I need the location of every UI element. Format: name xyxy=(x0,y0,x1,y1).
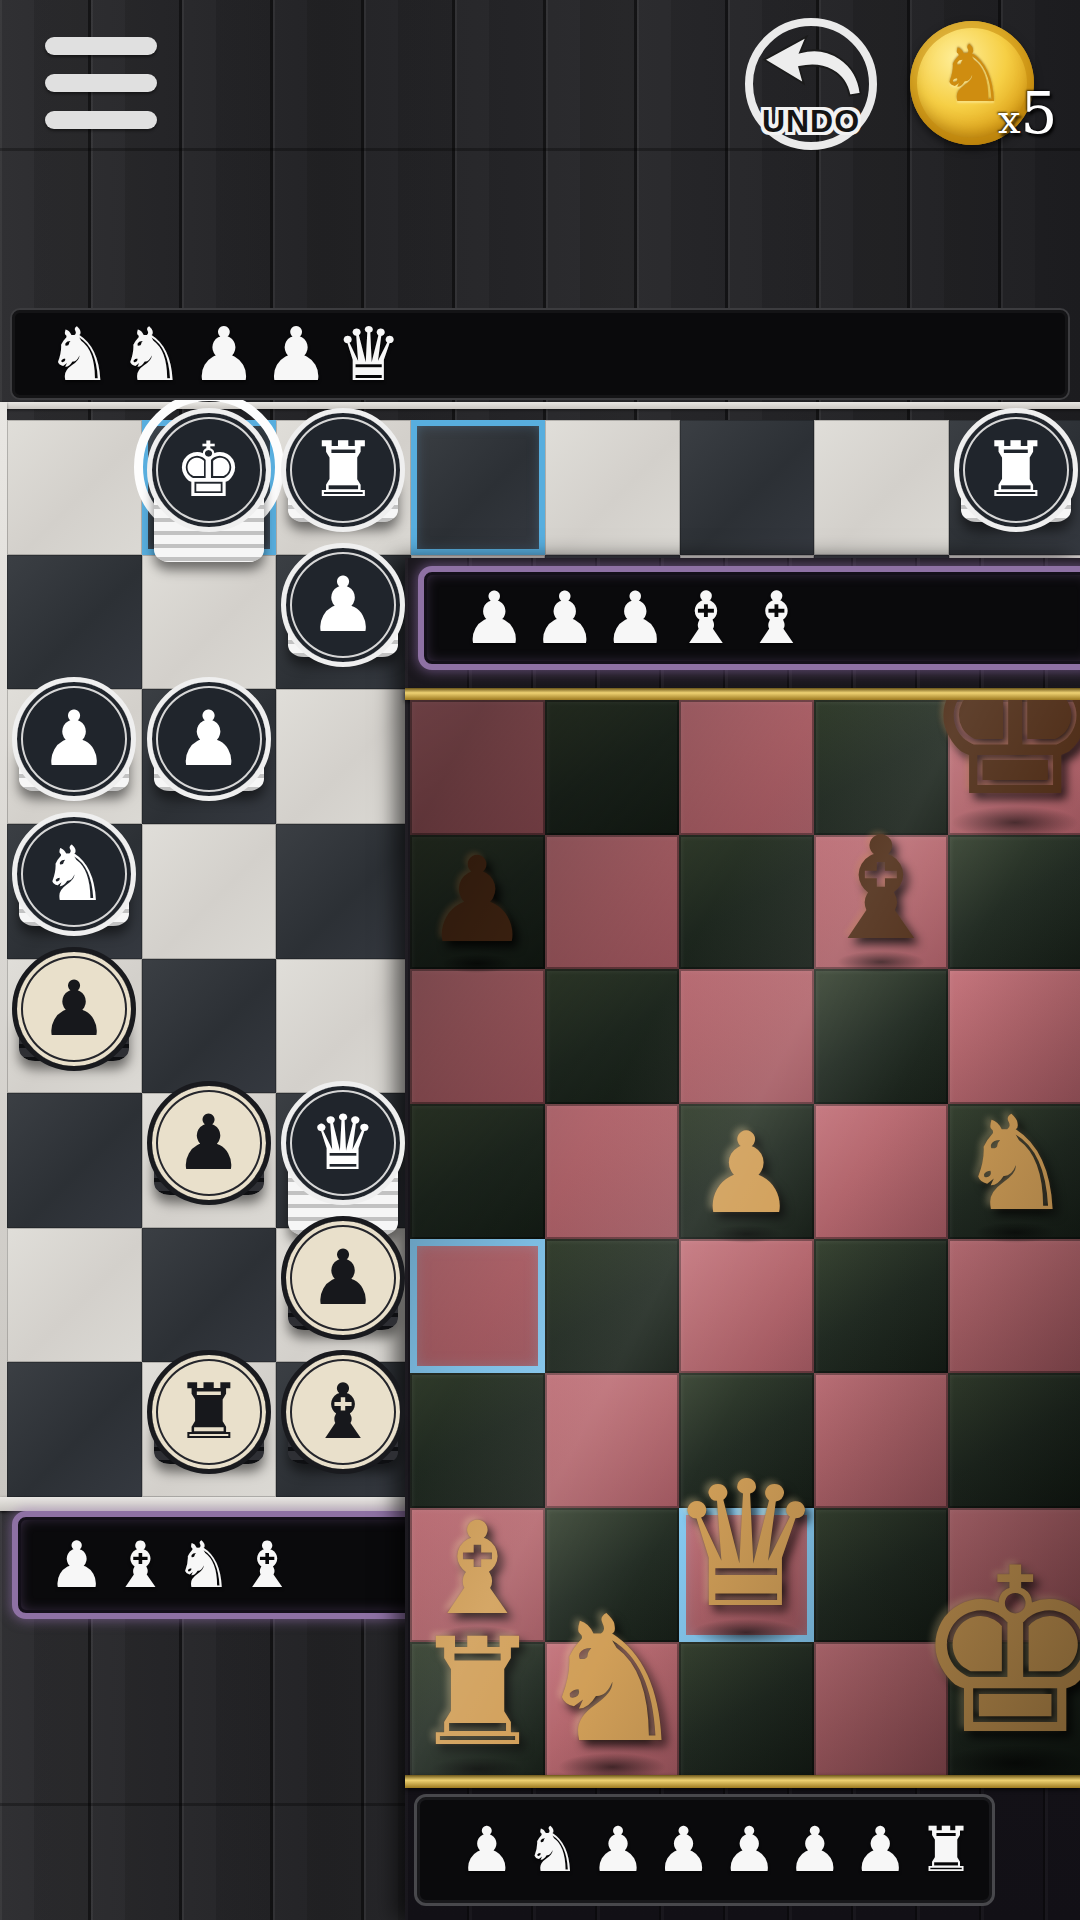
marble-square-r4c2[interactable] xyxy=(142,824,277,959)
captured-piece-N: ♞ xyxy=(525,1819,581,1881)
marble-square-r2c1[interactable] xyxy=(7,555,142,690)
marble-square-r8c1[interactable] xyxy=(7,1362,142,1497)
wooden-square-r1c1[interactable] xyxy=(410,700,545,835)
wooden-square-r5c4[interactable] xyxy=(814,1239,949,1374)
wooden-square-r1c4[interactable] xyxy=(814,700,949,835)
hamburger-icon xyxy=(45,74,157,92)
marble-square-r6c3[interactable] xyxy=(276,1093,411,1228)
marble-square-r8c2[interactable] xyxy=(142,1362,277,1497)
undo-button[interactable]: UNDO xyxy=(745,18,877,150)
wooden-square-r4c3[interactable] xyxy=(679,1104,814,1239)
marble-board-frame xyxy=(0,402,7,1511)
captured-piece-P: ♟ xyxy=(191,317,257,391)
marble-square-r2c2[interactable] xyxy=(142,555,277,690)
wooden-square-r7c2[interactable] xyxy=(545,1508,680,1643)
wooden-square-r6c1[interactable] xyxy=(410,1373,545,1508)
wooden-square-r7c4[interactable] xyxy=(814,1508,949,1643)
wooden-square-r8c3[interactable] xyxy=(679,1642,814,1777)
wooden-square-r3c1[interactable] xyxy=(410,969,545,1104)
marble-square-r1c4[interactable] xyxy=(411,420,546,555)
captured-piece-P: ♟ xyxy=(533,582,598,654)
marble-square-r1c2[interactable] xyxy=(142,420,277,555)
marble-square-r1c3[interactable] xyxy=(276,420,411,555)
captured-piece-R: ♜ xyxy=(918,1819,974,1881)
captured-piece-P: ♟ xyxy=(721,1819,777,1881)
captured-piece-P: ♟ xyxy=(853,1819,909,1881)
wooden-square-r3c5[interactable] xyxy=(948,969,1080,1104)
captured-tray-top: ♞♞♟♟♛ xyxy=(10,308,1070,400)
wooden-square-r4c5[interactable] xyxy=(948,1104,1080,1239)
marble-square-r1c1[interactable] xyxy=(7,420,142,555)
app-screen: ♚♜♜♟♟♟♞♟♟♛♟♜♝ ♞♞♟♟♛ ♟♝♞♝ ♟♟♟♝♝ ♚♟♝♟♞♝♛♜♞… xyxy=(0,0,1080,1920)
wooden-board-panel: ♟♟♟♝♝ ♚♟♝♟♞♝♛♜♞♚ ♟♞♟♟♟♟♟♜ xyxy=(405,558,1080,1920)
marble-square-r5c1[interactable] xyxy=(7,959,142,1094)
marble-square-r3c1[interactable] xyxy=(7,689,142,824)
wooden-square-r6c3[interactable] xyxy=(679,1373,814,1508)
captured-piece-P: ♟ xyxy=(459,1819,515,1881)
wooden-square-r3c4[interactable] xyxy=(814,969,949,1104)
wooden-square-r6c4[interactable] xyxy=(814,1373,949,1508)
undo-arrow-icon xyxy=(757,34,867,100)
marble-square-r5c2[interactable] xyxy=(142,959,277,1094)
captured-piece-P: ♟ xyxy=(48,1533,105,1597)
marble-square-r8c3[interactable] xyxy=(276,1362,411,1497)
marble-square-r4c3[interactable] xyxy=(276,824,411,959)
captured-piece-P: ♟ xyxy=(590,1819,646,1881)
captured-piece-P: ♟ xyxy=(656,1819,712,1881)
wooden-square-r8c2[interactable] xyxy=(545,1642,680,1777)
captured-piece-N: ♞ xyxy=(175,1533,232,1597)
wooden-square-r4c1[interactable] xyxy=(410,1104,545,1239)
wooden-square-r3c3[interactable] xyxy=(679,969,814,1104)
marble-square-r6c2[interactable] xyxy=(142,1093,277,1228)
wooden-square-r1c5[interactable] xyxy=(948,700,1080,835)
marble-square-r2c3[interactable] xyxy=(276,555,411,690)
wooden-square-r2c2[interactable] xyxy=(545,835,680,970)
wooden-square-r6c5[interactable] xyxy=(948,1373,1080,1508)
wooden-square-r5c3[interactable] xyxy=(679,1239,814,1374)
wooden-square-r7c3[interactable] xyxy=(679,1508,814,1643)
board-frame-gold-bottom xyxy=(405,1775,1080,1788)
captured-piece-P: ♟ xyxy=(787,1819,843,1881)
wooden-square-r7c5[interactable] xyxy=(948,1508,1080,1643)
captured-piece-N: ♞ xyxy=(118,317,184,391)
wooden-square-r8c4[interactable] xyxy=(814,1642,949,1777)
marble-square-r7c1[interactable] xyxy=(7,1228,142,1363)
marble-square-r6c1[interactable] xyxy=(7,1093,142,1228)
wooden-square-r5c2[interactable] xyxy=(545,1239,680,1374)
wooden-square-r5c5[interactable] xyxy=(948,1239,1080,1374)
wooden-square-r1c2[interactable] xyxy=(545,700,680,835)
wooden-square-r1c3[interactable] xyxy=(679,700,814,835)
captured-piece-Q: ♛ xyxy=(335,317,401,391)
marble-square-r1c6[interactable] xyxy=(680,420,815,555)
hamburger-icon xyxy=(45,37,157,55)
marble-square-r3c2[interactable] xyxy=(142,689,277,824)
captured-piece-P: ♟ xyxy=(603,582,668,654)
marble-square-r1c8[interactable] xyxy=(949,420,1080,555)
marble-square-r3c3[interactable] xyxy=(276,689,411,824)
captured-piece-B: ♝ xyxy=(238,1533,295,1597)
wooden-board: ♚♟♝♟♞♝♛♜♞♚ xyxy=(410,700,1080,1777)
captured-tray-wood-bottom: ♟♞♟♟♟♟♟♜ xyxy=(414,1794,995,1906)
menu-button[interactable] xyxy=(45,37,157,129)
captured-piece-P: ♟ xyxy=(462,582,527,654)
wooden-square-r2c1[interactable] xyxy=(410,835,545,970)
undo-label: UNDO xyxy=(739,103,883,140)
wooden-square-r4c4[interactable] xyxy=(814,1104,949,1239)
wooden-squares xyxy=(410,700,1080,1777)
captured-piece-B: ♝ xyxy=(744,582,809,654)
wooden-square-r2c4[interactable] xyxy=(814,835,949,970)
wooden-square-r5c1[interactable] xyxy=(410,1239,545,1374)
marble-square-r1c7[interactable] xyxy=(814,420,949,555)
wooden-square-r7c1[interactable] xyxy=(410,1508,545,1643)
coin-count: x5 xyxy=(998,84,1057,142)
wooden-square-r6c2[interactable] xyxy=(545,1373,680,1508)
captured-tray-wood-top: ♟♟♟♝♝ xyxy=(418,566,1080,670)
captured-piece-B: ♝ xyxy=(674,582,739,654)
wooden-square-r4c2[interactable] xyxy=(545,1104,680,1239)
marble-square-r5c3[interactable] xyxy=(276,959,411,1094)
wooden-square-r2c3[interactable] xyxy=(679,835,814,970)
hamburger-icon xyxy=(45,111,157,129)
captured-piece-N: ♞ xyxy=(46,317,112,391)
wooden-square-r8c1[interactable] xyxy=(410,1642,545,1777)
board-frame-gold-top xyxy=(405,688,1080,700)
marble-square-r1c5[interactable] xyxy=(545,420,680,555)
wooden-square-r2c5[interactable] xyxy=(948,835,1080,970)
wooden-square-r8c5[interactable] xyxy=(948,1642,1080,1777)
captured-piece-P: ♟ xyxy=(263,317,329,391)
captured-piece-B: ♝ xyxy=(111,1533,168,1597)
wooden-square-r3c2[interactable] xyxy=(545,969,680,1104)
marble-square-r4c1[interactable] xyxy=(7,824,142,959)
marble-square-r7c2[interactable] xyxy=(142,1228,277,1363)
marble-square-r7c3[interactable] xyxy=(276,1228,411,1363)
marble-board-frame xyxy=(0,402,1080,409)
